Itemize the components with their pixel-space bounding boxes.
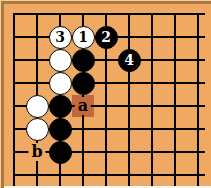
board-border-left (1, 1, 4, 188)
stone-black (49, 95, 72, 118)
stone-black (49, 141, 72, 164)
stone-black (72, 72, 95, 95)
grid-horizontal-line (13, 59, 205, 61)
point-label-a: a (75, 97, 91, 115)
stone-black (49, 118, 72, 141)
stone-black (72, 49, 95, 72)
grid-vertical-line (151, 13, 153, 186)
stone-white-3: 3 (49, 26, 72, 49)
stone-black-2: 2 (95, 26, 118, 49)
grid-vertical-line (174, 13, 176, 186)
go-board-diagram: ab3124 (0, 0, 211, 188)
grid-horizontal-line (13, 13, 205, 15)
image-bottom-strip (4, 186, 211, 188)
point-label-b: b (28, 143, 45, 161)
stone-white (26, 95, 49, 118)
grid-horizontal-line (13, 174, 205, 176)
stone-white (49, 49, 72, 72)
board-border-top (0, 1, 211, 4)
stone-black-4: 4 (118, 49, 141, 72)
stone-white (26, 118, 49, 141)
grid-vertical-line (128, 13, 130, 186)
stone-white-1: 1 (72, 26, 95, 49)
stone-white (49, 72, 72, 95)
grid-vertical-line (13, 13, 15, 186)
grid-horizontal-line (13, 82, 205, 84)
grid-vertical-line (197, 13, 199, 186)
